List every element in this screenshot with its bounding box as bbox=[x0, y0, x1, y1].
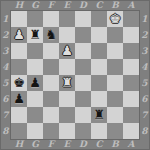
square-b4[interactable] bbox=[107, 59, 123, 75]
square-g8[interactable] bbox=[27, 123, 43, 139]
file-label-b: B bbox=[107, 139, 123, 150]
rank-label-3: 3 bbox=[0, 43, 11, 59]
white-king-b1[interactable]: ♚ bbox=[109, 11, 121, 27]
file-label-c: C bbox=[91, 139, 107, 150]
square-h3[interactable] bbox=[11, 43, 27, 59]
black-rook-g2[interactable]: ♜ bbox=[29, 27, 41, 43]
square-f3[interactable] bbox=[43, 43, 59, 59]
rank-label-6: 6 bbox=[139, 91, 150, 107]
square-a8[interactable] bbox=[123, 123, 139, 139]
square-c3[interactable] bbox=[91, 43, 107, 59]
square-d3[interactable] bbox=[75, 43, 91, 59]
square-e3[interactable]: ♟ bbox=[59, 43, 75, 59]
rank-label-7: 7 bbox=[139, 107, 150, 123]
square-a4[interactable] bbox=[123, 59, 139, 75]
file-label-a: A bbox=[123, 139, 139, 150]
square-b3[interactable] bbox=[107, 43, 123, 59]
square-g1[interactable] bbox=[27, 11, 43, 27]
square-h8[interactable] bbox=[11, 123, 27, 139]
file-label-f: F bbox=[43, 139, 59, 150]
rank-label-2: 2 bbox=[139, 27, 150, 43]
square-f1[interactable] bbox=[43, 11, 59, 27]
square-f2[interactable]: ♞ bbox=[43, 27, 59, 43]
square-e1[interactable] bbox=[59, 11, 75, 27]
square-h6[interactable]: ♟ bbox=[11, 91, 27, 107]
file-label-h: H bbox=[11, 0, 27, 11]
square-b2[interactable] bbox=[107, 27, 123, 43]
rank-labels-right: 12345678 bbox=[139, 11, 150, 139]
square-b8[interactable] bbox=[107, 123, 123, 139]
square-h5[interactable]: ♚ bbox=[11, 75, 27, 91]
file-label-d: D bbox=[75, 0, 91, 11]
rank-label-4: 4 bbox=[139, 59, 150, 75]
square-d8[interactable] bbox=[75, 123, 91, 139]
square-c1[interactable] bbox=[91, 11, 107, 27]
square-a5[interactable] bbox=[123, 75, 139, 91]
square-c8[interactable] bbox=[91, 123, 107, 139]
square-d5[interactable] bbox=[75, 75, 91, 91]
file-label-f: F bbox=[43, 0, 59, 11]
file-labels-bottom: HGFEDCBA bbox=[11, 139, 139, 150]
square-e6[interactable] bbox=[59, 91, 75, 107]
square-c5[interactable] bbox=[91, 75, 107, 91]
square-b6[interactable] bbox=[107, 91, 123, 107]
square-c6[interactable] bbox=[91, 91, 107, 107]
square-e5[interactable]: ♜ bbox=[59, 75, 75, 91]
black-pawn-h6[interactable]: ♟ bbox=[13, 91, 25, 107]
square-g2[interactable]: ♜ bbox=[27, 27, 43, 43]
square-f6[interactable] bbox=[43, 91, 59, 107]
file-label-g: G bbox=[27, 139, 43, 150]
file-label-h: H bbox=[11, 139, 27, 150]
file-label-b: B bbox=[107, 0, 123, 11]
file-labels-top: HGFEDCBA bbox=[11, 0, 139, 11]
square-c2[interactable] bbox=[91, 27, 107, 43]
square-g3[interactable] bbox=[27, 43, 43, 59]
file-label-e: E bbox=[59, 139, 75, 150]
file-label-a: A bbox=[123, 0, 139, 11]
rank-label-3: 3 bbox=[139, 43, 150, 59]
square-a2[interactable] bbox=[123, 27, 139, 43]
square-d2[interactable] bbox=[75, 27, 91, 43]
square-f4[interactable] bbox=[43, 59, 59, 75]
square-b1[interactable]: ♚ bbox=[107, 11, 123, 27]
white-pawn-e3[interactable]: ♟ bbox=[61, 43, 73, 59]
square-a3[interactable] bbox=[123, 43, 139, 59]
square-f8[interactable] bbox=[43, 123, 59, 139]
square-h4[interactable] bbox=[11, 59, 27, 75]
square-g7[interactable] bbox=[27, 107, 43, 123]
square-e4[interactable] bbox=[59, 59, 75, 75]
rank-label-4: 4 bbox=[0, 59, 11, 75]
file-label-c: C bbox=[91, 0, 107, 11]
square-g6[interactable] bbox=[27, 91, 43, 107]
file-label-g: G bbox=[27, 0, 43, 11]
rank-label-1: 1 bbox=[139, 11, 150, 27]
square-c4[interactable] bbox=[91, 59, 107, 75]
square-a6[interactable] bbox=[123, 91, 139, 107]
square-g4[interactable] bbox=[27, 59, 43, 75]
white-rook-e5[interactable]: ♜ bbox=[61, 75, 73, 91]
square-b5[interactable] bbox=[107, 75, 123, 91]
chess-board-window: HGFEDCBA HGFEDCBA 12345678 12345678 ♚♟♜♞… bbox=[0, 0, 150, 150]
black-rook-c7[interactable]: ♜ bbox=[93, 107, 105, 123]
square-h2[interactable]: ♟ bbox=[11, 27, 27, 43]
square-d7[interactable] bbox=[75, 107, 91, 123]
rank-label-5: 5 bbox=[0, 75, 11, 91]
square-e8[interactable] bbox=[59, 123, 75, 139]
rank-label-6: 6 bbox=[0, 91, 11, 107]
chess-board: ♚♟♜♞♟♚♟♜♟♜ bbox=[11, 11, 139, 139]
square-e7[interactable] bbox=[59, 107, 75, 123]
rank-label-2: 2 bbox=[0, 27, 11, 43]
square-g5[interactable]: ♟ bbox=[27, 75, 43, 91]
file-label-d: D bbox=[75, 139, 91, 150]
rank-labels-left: 12345678 bbox=[0, 11, 11, 139]
square-h7[interactable] bbox=[11, 107, 27, 123]
black-knight-f2[interactable]: ♞ bbox=[45, 27, 57, 43]
square-h1[interactable] bbox=[11, 11, 27, 27]
rank-label-8: 8 bbox=[0, 123, 11, 139]
square-f7[interactable] bbox=[43, 107, 59, 123]
square-d6[interactable] bbox=[75, 91, 91, 107]
square-e2[interactable] bbox=[59, 27, 75, 43]
black-king-h5[interactable]: ♚ bbox=[13, 75, 25, 91]
square-d4[interactable] bbox=[75, 59, 91, 75]
square-f5[interactable] bbox=[43, 75, 59, 91]
rank-label-1: 1 bbox=[0, 11, 11, 27]
rank-label-8: 8 bbox=[139, 123, 150, 139]
square-c7[interactable]: ♜ bbox=[91, 107, 107, 123]
square-a1[interactable] bbox=[123, 11, 139, 27]
black-pawn-g5[interactable]: ♟ bbox=[29, 75, 41, 91]
rank-label-7: 7 bbox=[0, 107, 11, 123]
square-a7[interactable] bbox=[123, 107, 139, 123]
rank-label-5: 5 bbox=[139, 75, 150, 91]
square-b7[interactable] bbox=[107, 107, 123, 123]
white-pawn-h2[interactable]: ♟ bbox=[13, 27, 25, 43]
square-d1[interactable] bbox=[75, 11, 91, 27]
file-label-e: E bbox=[59, 0, 75, 11]
